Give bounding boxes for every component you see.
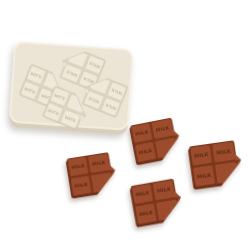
chocolate-piece-1	[126, 113, 185, 166]
product-photo: MILK MILK MILK MILK MILK MILK	[0, 0, 250, 250]
silicone-mold	[4, 38, 142, 143]
chocolate-piece-2	[185, 136, 247, 190]
chocolate-piece-4	[127, 175, 188, 229]
chocolate-piece-3	[63, 148, 121, 200]
